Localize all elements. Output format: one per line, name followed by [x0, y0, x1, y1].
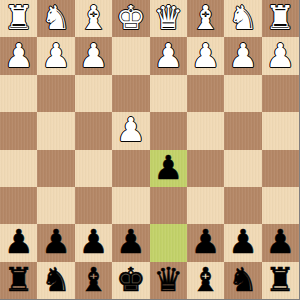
square-d7[interactable]: [150, 224, 187, 261]
white-knight-icon[interactable]: ♞: [228, 1, 258, 34]
square-e4[interactable]: ♟: [112, 112, 149, 149]
square-b8[interactable]: ♞: [224, 262, 261, 299]
white-rook-icon[interactable]: ♜: [266, 1, 296, 34]
black-pawn-icon[interactable]: ♟: [116, 225, 146, 258]
black-knight-icon[interactable]: ♞: [41, 263, 71, 296]
white-king-icon[interactable]: ♚: [116, 1, 146, 34]
square-e3[interactable]: [112, 75, 149, 112]
square-g8[interactable]: ♞: [37, 262, 74, 299]
white-pawn-icon[interactable]: ♟: [191, 39, 221, 72]
square-d2[interactable]: ♟: [150, 37, 187, 74]
square-h6[interactable]: [0, 187, 37, 224]
square-e7[interactable]: ♟: [112, 224, 149, 261]
square-a3[interactable]: [262, 75, 299, 112]
square-a2[interactable]: ♟: [262, 37, 299, 74]
chess-board-widget: ♜♞♝♚♛♝♞♜♟♟♟♟♟♟♟♟♟♟♟♟♟♟♟♟♜♞♝♚♛♝♞♜: [0, 0, 300, 300]
white-pawn-icon[interactable]: ♟: [79, 39, 109, 72]
square-e1[interactable]: ♚: [112, 0, 149, 37]
black-pawn-icon[interactable]: ♟: [266, 225, 296, 258]
white-queen-icon[interactable]: ♛: [153, 1, 183, 34]
square-b6[interactable]: [224, 187, 261, 224]
square-e8[interactable]: ♚: [112, 262, 149, 299]
square-g7[interactable]: ♟: [37, 224, 74, 261]
square-d5[interactable]: ♟: [150, 150, 187, 187]
square-g3[interactable]: [37, 75, 74, 112]
black-pawn-icon[interactable]: ♟: [153, 151, 183, 184]
square-b1[interactable]: ♞: [224, 0, 261, 37]
white-pawn-icon[interactable]: ♟: [4, 39, 34, 72]
square-d6[interactable]: [150, 187, 187, 224]
square-h2[interactable]: ♟: [0, 37, 37, 74]
square-a4[interactable]: [262, 112, 299, 149]
square-d4[interactable]: [150, 112, 187, 149]
square-c6[interactable]: [187, 187, 224, 224]
black-rook-icon[interactable]: ♜: [4, 263, 34, 296]
square-c7[interactable]: ♟: [187, 224, 224, 261]
square-c4[interactable]: [187, 112, 224, 149]
black-queen-icon[interactable]: ♛: [153, 263, 183, 296]
square-a6[interactable]: [262, 187, 299, 224]
white-pawn-icon[interactable]: ♟: [153, 39, 183, 72]
square-g2[interactable]: ♟: [37, 37, 74, 74]
square-f6[interactable]: [75, 187, 112, 224]
black-rook-icon[interactable]: ♜: [266, 263, 296, 296]
black-king-icon[interactable]: ♚: [116, 263, 146, 296]
black-bishop-icon[interactable]: ♝: [79, 263, 109, 296]
white-pawn-icon[interactable]: ♟: [228, 39, 258, 72]
square-b7[interactable]: ♟: [224, 224, 261, 261]
square-f2[interactable]: ♟: [75, 37, 112, 74]
square-f4[interactable]: [75, 112, 112, 149]
black-knight-icon[interactable]: ♞: [228, 263, 258, 296]
square-a7[interactable]: ♟: [262, 224, 299, 261]
square-e6[interactable]: [112, 187, 149, 224]
black-bishop-icon[interactable]: ♝: [191, 263, 221, 296]
square-f1[interactable]: ♝: [75, 0, 112, 37]
square-c1[interactable]: ♝: [187, 0, 224, 37]
black-pawn-icon[interactable]: ♟: [228, 225, 258, 258]
black-pawn-icon[interactable]: ♟: [4, 225, 34, 258]
square-e2[interactable]: [112, 37, 149, 74]
square-h7[interactable]: ♟: [0, 224, 37, 261]
white-bishop-icon[interactable]: ♝: [191, 1, 221, 34]
square-c8[interactable]: ♝: [187, 262, 224, 299]
black-pawn-icon[interactable]: ♟: [79, 225, 109, 258]
square-h1[interactable]: ♜: [0, 0, 37, 37]
square-e5[interactable]: [112, 150, 149, 187]
chess-board: ♜♞♝♚♛♝♞♜♟♟♟♟♟♟♟♟♟♟♟♟♟♟♟♟♜♞♝♚♛♝♞♜: [0, 0, 300, 300]
white-rook-icon[interactable]: ♜: [4, 1, 34, 34]
black-pawn-icon[interactable]: ♟: [41, 225, 71, 258]
square-b3[interactable]: [224, 75, 261, 112]
square-h5[interactable]: [0, 150, 37, 187]
square-g4[interactable]: [37, 112, 74, 149]
square-g5[interactable]: [37, 150, 74, 187]
square-f8[interactable]: ♝: [75, 262, 112, 299]
white-pawn-icon[interactable]: ♟: [266, 39, 296, 72]
square-d1[interactable]: ♛: [150, 0, 187, 37]
square-h3[interactable]: [0, 75, 37, 112]
black-pawn-icon[interactable]: ♟: [191, 225, 221, 258]
square-g1[interactable]: ♞: [37, 0, 74, 37]
square-b5[interactable]: [224, 150, 261, 187]
square-f7[interactable]: ♟: [75, 224, 112, 261]
square-f3[interactable]: [75, 75, 112, 112]
square-f5[interactable]: [75, 150, 112, 187]
square-d8[interactable]: ♛: [150, 262, 187, 299]
square-h8[interactable]: ♜: [0, 262, 37, 299]
white-pawn-icon[interactable]: ♟: [41, 39, 71, 72]
square-c3[interactable]: [187, 75, 224, 112]
white-knight-icon[interactable]: ♞: [41, 1, 71, 34]
square-b2[interactable]: ♟: [224, 37, 261, 74]
square-c5[interactable]: [187, 150, 224, 187]
white-pawn-icon[interactable]: ♟: [116, 113, 146, 146]
white-bishop-icon[interactable]: ♝: [79, 1, 109, 34]
square-c2[interactable]: ♟: [187, 37, 224, 74]
square-a1[interactable]: ♜: [262, 0, 299, 37]
square-b4[interactable]: [224, 112, 261, 149]
square-a5[interactable]: [262, 150, 299, 187]
square-a8[interactable]: ♜: [262, 262, 299, 299]
square-d3[interactable]: [150, 75, 187, 112]
square-h4[interactable]: [0, 112, 37, 149]
square-g6[interactable]: [37, 187, 74, 224]
